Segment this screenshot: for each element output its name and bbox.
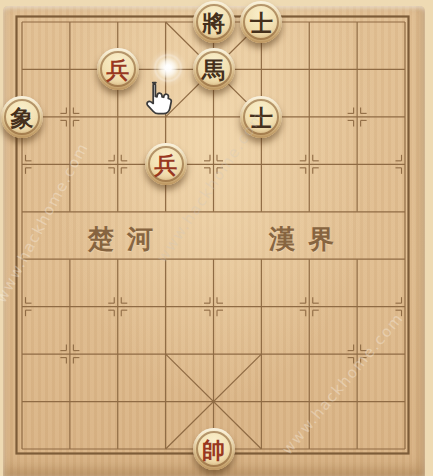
black-elephant-glyph: 象 xyxy=(1,96,43,138)
red-soldier-glyph: 兵 xyxy=(97,48,139,90)
black-general[interactable]: 將 xyxy=(193,1,235,43)
black-horse[interactable]: 馬 xyxy=(193,48,235,90)
river-label-han: 漢界 xyxy=(269,223,347,255)
black-general-glyph: 將 xyxy=(193,1,235,43)
black-advisor-glyph: 士 xyxy=(240,96,282,138)
red-soldier[interactable]: 兵 xyxy=(97,48,139,90)
xiangqi-game-screen: 楚河 漢界 將士兵馬象士兵帥 www.hackhome.com www.hack… xyxy=(0,0,433,476)
river-label-chu: 楚河 xyxy=(88,223,166,255)
black-elephant[interactable]: 象 xyxy=(1,96,43,138)
red-general[interactable]: 帥 xyxy=(193,428,235,470)
hand-cursor-icon xyxy=(141,80,173,118)
black-advisor[interactable]: 士 xyxy=(240,1,282,43)
black-advisor-glyph: 士 xyxy=(240,1,282,43)
red-soldier-glyph: 兵 xyxy=(145,143,187,185)
red-general-glyph: 帥 xyxy=(193,428,235,470)
red-soldier[interactable]: 兵 xyxy=(145,143,187,185)
black-advisor[interactable]: 士 xyxy=(240,96,282,138)
black-horse-glyph: 馬 xyxy=(193,48,235,90)
